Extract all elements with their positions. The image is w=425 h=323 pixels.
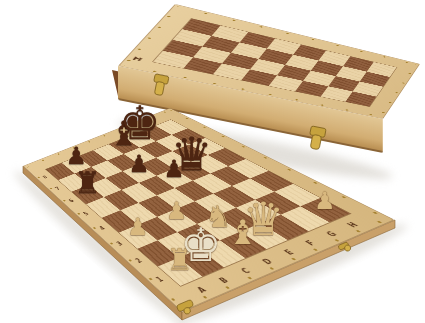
product-photo: H ABCDEFGH 87654321 ♟♝♚♜♟♟♛♟♟♞♝♛♜♚♟ [0, 0, 425, 323]
latches-overlay [0, 0, 425, 323]
box-latch-left-icon [151, 74, 169, 96]
board-latch-right-icon [338, 241, 352, 254]
box-latch-right-icon [307, 126, 326, 150]
board-latch-bottom-icon [176, 299, 195, 316]
